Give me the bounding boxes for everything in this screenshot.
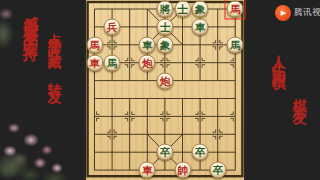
piece-red-chariot[interactable]: 車 <box>139 162 156 179</box>
piece-black-advisor[interactable]: 士 <box>156 18 173 35</box>
piece-red-cannon[interactable]: 炮 <box>156 72 173 89</box>
calligraphy-right-chess-friends: 棋亦友 <box>291 88 309 106</box>
tencent-video-logo-icon: ▶ <box>275 5 291 21</box>
xiangqi-board[interactable]: 馬兵馬車炮炮車帥將士象士車車象馬馬卒卒卒 <box>86 0 244 180</box>
piece-red-king[interactable]: 帥 <box>174 162 191 179</box>
piece-red-chariot[interactable]: 車 <box>86 54 103 71</box>
piece-black-elephant[interactable]: 象 <box>192 1 209 18</box>
piece-black-king[interactable]: 將 <box>156 1 173 18</box>
piece-red-horse[interactable]: 馬 <box>86 36 103 53</box>
video-frame: 感谢棋友的支持 点赞收藏 转发 人生如棋 棋亦友 馬兵馬車炮炮車帥將士象士車車象… <box>0 0 320 180</box>
piece-black-pawn[interactable]: 卒 <box>209 162 226 179</box>
piece-black-chariot[interactable]: 車 <box>192 18 209 35</box>
watermark-text: 腾讯视频 <box>294 7 320 19</box>
calligraphy-left-thanks: 感谢棋友的支持 <box>21 4 41 39</box>
piece-black-horse[interactable]: 馬 <box>104 54 121 71</box>
piece-red-cannon[interactable]: 炮 <box>139 54 156 71</box>
piece-black-pawn[interactable]: 卒 <box>156 144 173 161</box>
piece-black-pawn[interactable]: 卒 <box>192 144 209 161</box>
piece-red-pawn[interactable]: 兵 <box>104 18 121 35</box>
calligraphy-right-life-like-chess: 人生如棋 <box>270 44 288 72</box>
tencent-video-watermark: ▶ 腾讯视频 <box>275 5 320 21</box>
flower-painting <box>0 95 86 180</box>
piece-red-horse[interactable]: 馬 <box>227 1 244 18</box>
piece-black-elephant[interactable]: 象 <box>156 36 173 53</box>
calligraphy-left-like-share: 点赞收藏 转发 <box>46 21 64 86</box>
piece-black-advisor[interactable]: 士 <box>174 1 191 18</box>
piece-black-chariot[interactable]: 車 <box>139 36 156 53</box>
play-icon: ▶ <box>281 10 286 17</box>
piece-black-horse[interactable]: 馬 <box>227 36 244 53</box>
